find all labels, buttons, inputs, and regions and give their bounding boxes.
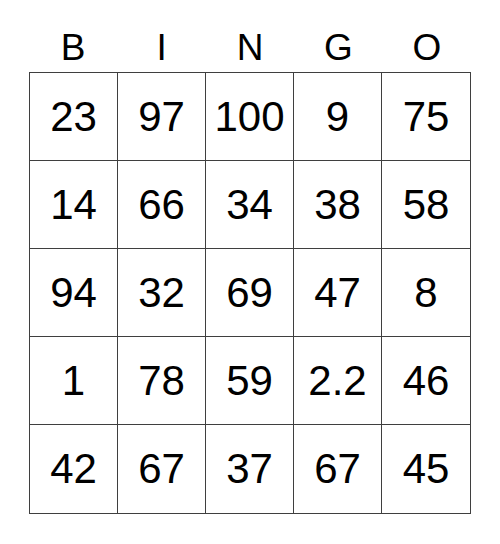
bingo-grid: 23 97 100 9 75 14 66 34 38 58 94 32 69 4…	[29, 72, 471, 514]
cell-r4c5: 46	[382, 337, 470, 425]
cell-r2c5: 58	[382, 161, 470, 249]
cell-r2c1: 14	[30, 161, 118, 249]
header-letter-n: N	[206, 24, 294, 72]
cell-r5c3: 37	[206, 425, 294, 513]
cell-r5c4: 67	[294, 425, 382, 513]
cell-r1c2: 97	[118, 73, 206, 161]
header-letter-b: B	[29, 24, 117, 72]
cell-r2c2: 66	[118, 161, 206, 249]
cell-r3c4: 47	[294, 249, 382, 337]
header-letter-g: G	[294, 24, 382, 72]
cell-r1c3: 100	[206, 73, 294, 161]
cell-r3c3: 69	[206, 249, 294, 337]
bingo-card: B I N G O 23 97 100 9 75 14 66 34 38 58 …	[29, 24, 471, 514]
cell-r4c3: 59	[206, 337, 294, 425]
cell-r1c1: 23	[30, 73, 118, 161]
cell-r4c2: 78	[118, 337, 206, 425]
cell-r4c1: 1	[30, 337, 118, 425]
header-letter-i: I	[117, 24, 205, 72]
bingo-card-page: B I N G O 23 97 100 9 75 14 66 34 38 58 …	[0, 0, 500, 544]
cell-r4c4: 2.2	[294, 337, 382, 425]
cell-r2c4: 38	[294, 161, 382, 249]
cell-r3c5: 8	[382, 249, 470, 337]
cell-r2c3: 34	[206, 161, 294, 249]
cell-r5c5: 45	[382, 425, 470, 513]
cell-r5c1: 42	[30, 425, 118, 513]
bingo-header-row: B I N G O	[29, 24, 471, 72]
cell-r3c2: 32	[118, 249, 206, 337]
cell-r5c2: 67	[118, 425, 206, 513]
cell-r1c4: 9	[294, 73, 382, 161]
cell-r1c5: 75	[382, 73, 470, 161]
header-letter-o: O	[383, 24, 471, 72]
cell-r3c1: 94	[30, 249, 118, 337]
